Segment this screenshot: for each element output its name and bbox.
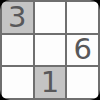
cell-r3c2[interactable]: 1 bbox=[35, 67, 66, 98]
cell-r1c1[interactable]: 3 bbox=[2, 2, 33, 33]
cell-r1c2[interactable] bbox=[35, 2, 66, 33]
cell-r1c3[interactable] bbox=[67, 2, 98, 33]
cell-r2c2[interactable] bbox=[35, 35, 66, 66]
cell-r3c3[interactable] bbox=[67, 67, 98, 98]
cell-r3c1[interactable] bbox=[2, 67, 33, 98]
sudoku-board: 3 6 1 bbox=[0, 0, 100, 100]
cell-r2c1[interactable] bbox=[2, 35, 33, 66]
cell-r2c3[interactable]: 6 bbox=[67, 35, 98, 66]
